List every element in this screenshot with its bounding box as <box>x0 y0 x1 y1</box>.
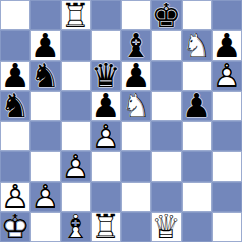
square-h7[interactable]: ♟ <box>212 30 242 60</box>
square-b2[interactable]: ♟♙ <box>30 182 60 212</box>
square-g3[interactable] <box>182 151 212 181</box>
square-d7[interactable] <box>91 30 121 60</box>
piece-wQ-f1[interactable]: ♛♕ <box>151 212 181 242</box>
black-piece-fill: ♟ <box>182 91 212 121</box>
square-f5[interactable] <box>151 91 181 121</box>
piece-bP-a6[interactable]: ♟ <box>0 61 30 91</box>
square-d5[interactable]: ♟ <box>91 91 121 121</box>
square-b6[interactable]: ♞ <box>30 61 60 91</box>
piece-wP-c3[interactable]: ♟♙ <box>61 151 91 181</box>
square-f7[interactable] <box>151 30 181 60</box>
square-d8[interactable] <box>91 0 121 30</box>
piece-bP-h7[interactable]: ♟ <box>212 30 242 60</box>
white-piece-outline: ♖ <box>61 0 91 30</box>
black-piece-fill: ♛ <box>91 61 121 91</box>
square-a5[interactable]: ♞ <box>0 91 30 121</box>
square-f1[interactable]: ♛♕ <box>151 212 181 242</box>
square-f6[interactable] <box>151 61 181 91</box>
square-a6[interactable]: ♟ <box>0 61 30 91</box>
piece-bN-b6[interactable]: ♞ <box>30 61 60 91</box>
square-c5[interactable] <box>61 91 91 121</box>
square-g6[interactable] <box>182 61 212 91</box>
square-c6[interactable] <box>61 61 91 91</box>
square-a8[interactable] <box>0 0 30 30</box>
square-d2[interactable] <box>91 182 121 212</box>
square-h1[interactable] <box>212 212 242 242</box>
square-h8[interactable] <box>212 0 242 30</box>
square-e2[interactable] <box>121 182 151 212</box>
square-f8[interactable]: ♚ <box>151 0 181 30</box>
square-h6[interactable]: ♟♙ <box>212 61 242 91</box>
square-a4[interactable] <box>0 121 30 151</box>
square-c8[interactable]: ♜♖ <box>61 0 91 30</box>
square-a3[interactable] <box>0 151 30 181</box>
black-piece-fill: ♟ <box>0 61 30 91</box>
square-e8[interactable] <box>121 0 151 30</box>
square-c4[interactable] <box>61 121 91 151</box>
square-a1[interactable]: ♚♔ <box>0 212 30 242</box>
black-piece-fill: ♝ <box>121 30 151 60</box>
piece-wP-b2[interactable]: ♟♙ <box>30 182 60 212</box>
square-e7[interactable]: ♝ <box>121 30 151 60</box>
piece-wN-e5[interactable]: ♞♘ <box>121 91 151 121</box>
chess-board: ♜♖♚♟♝♞♘♟♟♞♛♟♟♙♞♟♞♘♟♟♙♟♙♟♙♟♙♚♔♝♗♜♖♛♕ <box>0 0 242 242</box>
black-piece-fill: ♟ <box>212 30 242 60</box>
white-piece-outline: ♘ <box>182 30 212 60</box>
square-c3[interactable]: ♟♙ <box>61 151 91 181</box>
piece-wR-c8[interactable]: ♜♖ <box>61 0 91 30</box>
white-piece-outline: ♙ <box>30 182 60 212</box>
square-h4[interactable] <box>212 121 242 151</box>
white-piece-outline: ♘ <box>121 91 151 121</box>
square-b3[interactable] <box>30 151 60 181</box>
piece-wK-a1[interactable]: ♚♔ <box>0 212 30 242</box>
white-piece-outline: ♗ <box>61 212 91 242</box>
square-h5[interactable] <box>212 91 242 121</box>
piece-bB-e7[interactable]: ♝ <box>121 30 151 60</box>
black-piece-fill: ♞ <box>0 91 30 121</box>
white-piece-outline: ♔ <box>0 212 30 242</box>
black-piece-fill: ♟ <box>121 61 151 91</box>
square-e6[interactable]: ♟ <box>121 61 151 91</box>
white-piece-outline: ♙ <box>212 61 242 91</box>
piece-wN-g7[interactable]: ♞♘ <box>182 30 212 60</box>
black-piece-fill: ♞ <box>30 61 60 91</box>
piece-bK-f8[interactable]: ♚ <box>151 0 181 30</box>
piece-wB-c1[interactable]: ♝♗ <box>61 212 91 242</box>
square-b7[interactable]: ♟ <box>30 30 60 60</box>
square-g2[interactable] <box>182 182 212 212</box>
square-g4[interactable] <box>182 121 212 151</box>
piece-wP-h6[interactable]: ♟♙ <box>212 61 242 91</box>
square-d4[interactable]: ♟♙ <box>91 121 121 151</box>
square-h3[interactable] <box>212 151 242 181</box>
square-b5[interactable] <box>30 91 60 121</box>
square-c2[interactable] <box>61 182 91 212</box>
white-piece-outline: ♙ <box>61 151 91 181</box>
square-f2[interactable] <box>151 182 181 212</box>
white-piece-outline: ♖ <box>91 212 121 242</box>
square-a7[interactable] <box>0 30 30 60</box>
square-g8[interactable] <box>182 0 212 30</box>
square-e3[interactable] <box>121 151 151 181</box>
piece-bP-g5[interactable]: ♟ <box>182 91 212 121</box>
square-a2[interactable]: ♟♙ <box>0 182 30 212</box>
square-d6[interactable]: ♛ <box>91 61 121 91</box>
piece-bP-d5[interactable]: ♟ <box>91 91 121 121</box>
square-c1[interactable]: ♝♗ <box>61 212 91 242</box>
square-g5[interactable]: ♟ <box>182 91 212 121</box>
square-c7[interactable] <box>61 30 91 60</box>
square-f3[interactable] <box>151 151 181 181</box>
piece-wR-d1[interactable]: ♜♖ <box>91 212 121 242</box>
white-piece-outline: ♙ <box>0 182 30 212</box>
square-e4[interactable] <box>121 121 151 151</box>
white-piece-outline: ♙ <box>91 121 121 151</box>
piece-wP-d4[interactable]: ♟♙ <box>91 121 121 151</box>
piece-bN-a5[interactable]: ♞ <box>0 91 30 121</box>
square-g7[interactable]: ♞♘ <box>182 30 212 60</box>
square-e5[interactable]: ♞♘ <box>121 91 151 121</box>
square-b1[interactable] <box>30 212 60 242</box>
piece-bP-b7[interactable]: ♟ <box>30 30 60 60</box>
square-h2[interactable] <box>212 182 242 212</box>
black-piece-fill: ♟ <box>91 91 121 121</box>
square-g1[interactable] <box>182 212 212 242</box>
square-b4[interactable] <box>30 121 60 151</box>
piece-bP-e6[interactable]: ♟ <box>121 61 151 91</box>
square-d1[interactable]: ♜♖ <box>91 212 121 242</box>
black-piece-fill: ♚ <box>151 0 181 30</box>
square-d3[interactable] <box>91 151 121 181</box>
piece-bQ-d6[interactable]: ♛ <box>91 61 121 91</box>
white-piece-outline: ♕ <box>151 212 181 242</box>
square-f4[interactable] <box>151 121 181 151</box>
black-piece-fill: ♟ <box>30 30 60 60</box>
square-b8[interactable] <box>30 0 60 30</box>
square-e1[interactable] <box>121 212 151 242</box>
piece-wP-a2[interactable]: ♟♙ <box>0 182 30 212</box>
